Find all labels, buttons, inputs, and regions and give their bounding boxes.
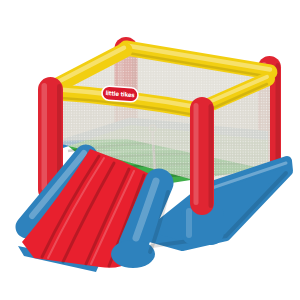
product-photo: little tikes [0,0,300,300]
front-right-post [190,97,214,215]
brand-logo-badge: little tikes [102,86,139,102]
bounce-house-svg: little tikes [0,0,300,300]
